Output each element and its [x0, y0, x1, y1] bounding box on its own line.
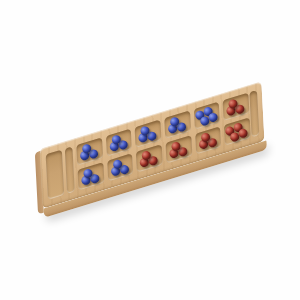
store-left-tray[interactable]: [46, 150, 65, 200]
mancala-board: [40, 81, 265, 209]
red-marble: [238, 128, 249, 139]
product-photo-scene: [0, 0, 300, 300]
